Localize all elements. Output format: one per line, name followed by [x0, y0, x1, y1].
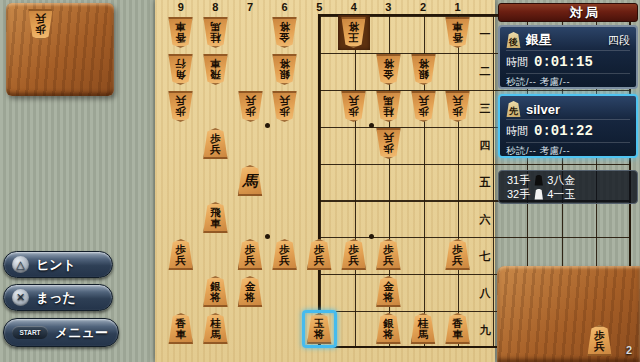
- move-number: 31手: [507, 174, 530, 187]
- sente-time-value: 0:01:22: [534, 123, 593, 139]
- cross-button-icon: ✕: [12, 289, 29, 306]
- piece-kanji: 飛: [210, 70, 221, 81]
- piece-kanji: 兵: [452, 255, 463, 266]
- piece-kanji: 歩: [349, 244, 360, 255]
- file-label-7: 7: [240, 1, 260, 13]
- piece-kanji: 桂: [383, 107, 394, 118]
- shogi-game-screen: { "game": "shogi", "position": { "sfen":…: [0, 0, 640, 362]
- star-point: [265, 234, 270, 239]
- piece-kanji: 兵: [210, 144, 221, 155]
- player-panel-gote: 後 銀星 四段 時間 0:01:15 秒読/-- 考慮/--: [498, 25, 638, 89]
- menu-button[interactable]: START メニュー: [3, 318, 119, 347]
- piece-kanji: 兵: [176, 96, 187, 107]
- file-label-8: 8: [205, 1, 225, 13]
- file-label-5: 5: [309, 1, 329, 13]
- piece-kanji: 歩: [279, 244, 290, 255]
- piece-kanji: 桂: [418, 318, 429, 329]
- piece-kanji: 歩: [383, 244, 394, 255]
- piece-kanji: 兵: [245, 255, 256, 266]
- gote-piece-icon: [534, 189, 543, 200]
- piece-kanji: 銀: [279, 70, 290, 81]
- piece-kanji: 兵: [349, 255, 360, 266]
- sente-captured-tray[interactable]: [497, 266, 640, 362]
- piece-kanji: 金: [383, 281, 394, 292]
- selection-cursor[interactable]: [302, 310, 338, 348]
- match-header-label: 対局: [570, 4, 600, 22]
- piece-kanji: 兵: [383, 255, 394, 266]
- piece-kanji: 金: [383, 70, 394, 81]
- piece-kanji: 将: [210, 292, 221, 303]
- piece-kanji: 兵: [176, 255, 187, 266]
- match-header: 対局: [498, 3, 638, 22]
- gote-badge: 後: [506, 32, 521, 48]
- piece-kanji: 歩: [176, 107, 187, 118]
- undo-button-label: まった: [36, 289, 76, 307]
- move-text: 3八金: [547, 174, 575, 187]
- piece-kanji: 行: [176, 59, 187, 70]
- player-panel-sente: 先 silver 時間 0:01:22 秒読/-- 考慮/--: [498, 94, 638, 158]
- piece-kanji: 香: [452, 318, 463, 329]
- piece-kanji: 車: [452, 329, 463, 340]
- piece-kanji: 桂: [210, 33, 221, 44]
- piece-kanji: 歩: [210, 133, 221, 144]
- piece-kanji: 角: [176, 70, 187, 81]
- sente-piece-icon: [534, 175, 543, 186]
- piece-kanji: 将: [418, 59, 429, 70]
- piece-kanji: 金: [245, 281, 256, 292]
- piece-kanji: 銀: [383, 318, 394, 329]
- piece-kanji: 馬: [243, 173, 258, 188]
- piece-kanji: 銀: [418, 70, 429, 81]
- piece-kanji: 桂: [210, 318, 221, 329]
- piece-kanji: 歩: [452, 244, 463, 255]
- triangle-button-icon: △: [12, 256, 29, 273]
- piece-kanji: 兵: [314, 255, 325, 266]
- hint-button-label: ヒント: [36, 256, 76, 274]
- move-number: 32手: [507, 188, 530, 201]
- gote-time-label: 時間: [506, 55, 528, 70]
- piece-kanji: 将: [383, 292, 394, 303]
- piece-kanji: 兵: [279, 255, 290, 266]
- piece-kanji: 車: [210, 59, 221, 70]
- piece-kanji: 兵: [418, 96, 429, 107]
- piece-kanji: 馬: [210, 329, 221, 340]
- file-label-2: 2: [413, 1, 433, 13]
- piece-kanji: 馬: [383, 96, 394, 107]
- sente-time-label: 時間: [506, 124, 528, 139]
- piece-kanji: 将: [383, 59, 394, 70]
- piece-kanji: 兵: [245, 96, 256, 107]
- piece-kanji: 兵: [594, 341, 605, 352]
- sente-badge: 先: [506, 101, 521, 117]
- menu-button-label: メニュー: [55, 324, 108, 342]
- piece-kanji: 金: [279, 33, 290, 44]
- piece-kanji: 香: [452, 33, 463, 44]
- file-label-1: 1: [448, 1, 468, 13]
- piece-kanji: 王: [349, 33, 360, 44]
- sente-hand-pawn-count: 2: [626, 344, 632, 356]
- rank-label-2: 二: [478, 64, 492, 79]
- rank-label-8: 八: [478, 286, 492, 301]
- piece-kanji: 兵: [349, 96, 360, 107]
- piece-kanji: 歩: [245, 244, 256, 255]
- piece-kanji: 香: [176, 318, 187, 329]
- piece-kanji: 兵: [279, 96, 290, 107]
- move-history: 31手 3八金 32手 4一玉: [498, 170, 638, 204]
- piece-kanji: 歩: [452, 107, 463, 118]
- star-point: [265, 123, 270, 128]
- sente-player-name: silver: [526, 102, 560, 117]
- gote-byoyomi-row: 秒読/-- 考慮/--: [506, 74, 630, 90]
- rank-label-9: 九: [478, 323, 492, 338]
- piece-kanji: 兵: [452, 96, 463, 107]
- piece-kanji: 歩: [176, 244, 187, 255]
- piece-kanji: 歩: [245, 107, 256, 118]
- piece-kanji: 車: [176, 329, 187, 340]
- piece-kanji: 銀: [210, 281, 221, 292]
- piece-kanji: 歩: [314, 244, 325, 255]
- star-point: [369, 123, 374, 128]
- rank-label-4: 四: [478, 138, 492, 153]
- piece-kanji: 歩: [594, 330, 605, 341]
- piece-kanji: 将: [383, 329, 394, 340]
- piece-kanji: 飛: [210, 207, 221, 218]
- piece-kanji: 兵: [383, 133, 394, 144]
- piece-kanji: 兵: [35, 14, 46, 25]
- piece-kanji: 車: [210, 218, 221, 229]
- piece-kanji: 将: [279, 22, 290, 33]
- piece-kanji: 将: [279, 59, 290, 70]
- undo-button[interactable]: ✕ まった: [3, 284, 113, 311]
- star-point: [369, 234, 374, 239]
- piece-kanji: 歩: [418, 107, 429, 118]
- move-row-32: 32手 4一玉: [507, 188, 629, 201]
- move-row-31: 31手 3八金: [507, 174, 629, 187]
- piece-kanji: 歩: [35, 25, 46, 36]
- rank-label-6: 六: [478, 212, 492, 227]
- piece-kanji: 香: [176, 33, 187, 44]
- piece-kanji: 歩: [383, 144, 394, 155]
- rank-label-7: 七: [478, 249, 492, 264]
- gote-player-name: 銀星: [526, 31, 552, 49]
- file-label-9: 9: [171, 1, 191, 13]
- file-label-4: 4: [344, 1, 364, 13]
- gote-captured-tray[interactable]: [6, 3, 114, 96]
- piece-kanji: 馬: [210, 22, 221, 33]
- gote-player-rank: 四段: [608, 33, 630, 48]
- rank-label-3: 三: [478, 101, 492, 116]
- piece-kanji: 車: [176, 22, 187, 33]
- gote-time-value: 0:01:15: [534, 54, 593, 70]
- rank-label-1: 一: [478, 27, 492, 42]
- hint-button[interactable]: △ ヒント: [3, 251, 113, 278]
- piece-kanji: 将: [349, 22, 360, 33]
- file-label-6: 6: [275, 1, 295, 13]
- rank-label-5: 五: [478, 175, 492, 190]
- piece-kanji: 歩: [279, 107, 290, 118]
- sente-byoyomi-row: 秒読/-- 考慮/--: [506, 143, 630, 159]
- start-button-icon: START: [12, 326, 48, 339]
- piece-kanji: 歩: [349, 107, 360, 118]
- piece-kanji: 馬: [418, 329, 429, 340]
- piece-kanji: 将: [245, 292, 256, 303]
- move-text: 4一玉: [547, 188, 575, 201]
- file-label-3: 3: [378, 1, 398, 13]
- piece-kanji: 車: [452, 22, 463, 33]
